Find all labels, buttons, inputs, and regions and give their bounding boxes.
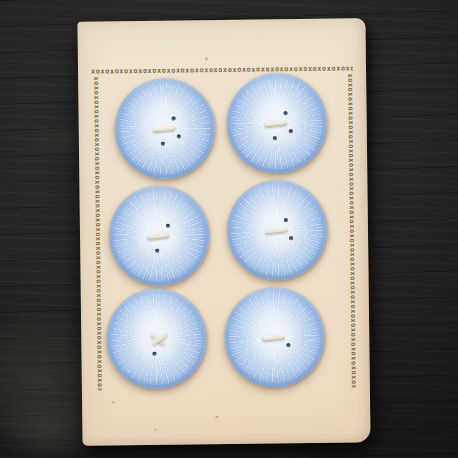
age-spot — [215, 416, 218, 418]
thread-knot — [150, 331, 166, 347]
button-hole — [289, 129, 293, 133]
button-hole — [273, 136, 277, 140]
thread-stitch — [264, 120, 286, 127]
age-spot — [154, 429, 156, 431]
chain-border-right: xoxoxoxoxoxoxoxoxoxoxoxoxoxoxoxoxoxoxoxo… — [345, 73, 357, 387]
thread-stitch — [265, 227, 287, 234]
button-row1-col2 — [226, 73, 327, 174]
button-hole — [166, 224, 170, 228]
button-row2-col1 — [108, 185, 209, 286]
button-hole — [161, 142, 165, 146]
button-hole — [286, 343, 290, 347]
button-hole — [289, 236, 293, 240]
button-row3-col1 — [106, 288, 207, 389]
button-hole — [155, 249, 159, 253]
age-spot — [205, 57, 208, 60]
button-hole — [284, 218, 288, 222]
button-row1-col1 — [114, 78, 215, 179]
button-card: xoxoxoxoxoxoxoxoxoxoxoxoxoxoxoxoxoxoxoxo… — [77, 18, 370, 445]
button-row3-col2 — [224, 287, 325, 388]
button-hole — [152, 352, 156, 356]
chain-border-left: xoxoxoxoxoxoxoxoxoxoxoxoxoxoxoxoxoxoxoxo… — [91, 77, 103, 391]
button-row2-col2 — [226, 180, 327, 281]
button-hole — [172, 117, 176, 121]
age-spot — [112, 401, 115, 403]
thread-stitch — [153, 126, 175, 133]
age-spot — [98, 374, 100, 376]
photo-scene: xoxoxoxoxoxoxoxoxoxoxoxoxoxoxoxoxoxoxoxo… — [0, 0, 458, 458]
chain-border-top: xoxoxoxoxoxoxoxoxoxoxoxoxoxoxoxoxoxoxoxo… — [91, 65, 353, 76]
thread-stitch — [262, 334, 284, 341]
thread-stitch — [147, 233, 169, 240]
button-hole — [177, 135, 181, 139]
button-hole — [284, 111, 288, 115]
